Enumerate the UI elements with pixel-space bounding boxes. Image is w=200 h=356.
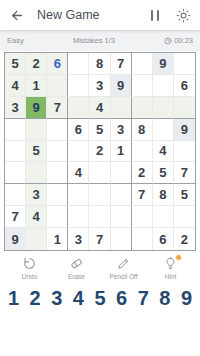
cell-r8-c2[interactable]: 4 (26, 206, 47, 228)
cell-r8-c4[interactable] (68, 206, 89, 228)
cell-r3-c1[interactable]: 3 (5, 97, 26, 119)
cell-r2-c4[interactable] (68, 75, 89, 97)
cell-r8-c9[interactable] (174, 206, 195, 228)
gear-icon (176, 8, 191, 23)
cell-r4-c2[interactable] (26, 119, 47, 141)
numpad-key-6[interactable]: 6 (112, 287, 131, 309)
cell-r4-c4[interactable]: 6 (68, 119, 89, 141)
pause-icon (151, 10, 154, 21)
cell-r1-c4[interactable] (68, 53, 89, 75)
cell-r9-c3[interactable]: 1 (47, 228, 68, 250)
hint-button[interactable]: Hint (147, 255, 194, 280)
cell-r3-c8[interactable] (153, 97, 174, 119)
cell-r6-c5[interactable] (89, 162, 110, 184)
cell-r5-c3[interactable] (47, 141, 68, 163)
timer: 00:23 (164, 36, 193, 45)
numpad-key-9[interactable]: 9 (177, 287, 196, 309)
cell-r7-c6[interactable] (111, 184, 132, 206)
cell-r9-c4[interactable]: 3 (68, 228, 89, 250)
cell-r3-c4[interactable] (68, 97, 89, 119)
number-pad: 123456789 (0, 287, 200, 309)
cell-r7-c7[interactable]: 7 (132, 184, 153, 206)
cell-r5-c8[interactable]: 4 (153, 141, 174, 163)
cell-r8-c6[interactable] (111, 206, 132, 228)
cell-r1-c7[interactable] (132, 53, 153, 75)
cell-r9-c8[interactable]: 6 (153, 228, 174, 250)
pencil-label: Pencil Off (109, 273, 137, 280)
cell-r2-c2[interactable]: 1 (26, 75, 47, 97)
difficulty-label: Easy (7, 36, 24, 45)
cell-r1-c5[interactable]: 8 (89, 53, 110, 75)
cell-r1-c9[interactable] (174, 53, 195, 75)
cell-r9-c6[interactable] (111, 228, 132, 250)
hint-label: Hint (165, 273, 177, 280)
cell-r9-c7[interactable] (132, 228, 153, 250)
cell-r4-c6[interactable]: 3 (111, 119, 132, 141)
eraser-icon (68, 255, 86, 272)
cell-r5-c5[interactable]: 2 (89, 141, 110, 163)
numpad-key-4[interactable]: 4 (69, 287, 88, 309)
cell-r6-c8[interactable]: 5 (153, 162, 174, 184)
app-bar: New Game (0, 0, 200, 30)
cell-r5-c6[interactable]: 1 (111, 141, 132, 163)
pause-button[interactable] (151, 10, 160, 21)
cell-r6-c1[interactable] (5, 162, 26, 184)
cell-r4-c8[interactable] (153, 119, 174, 141)
settings-button[interactable] (176, 8, 191, 23)
cell-r5-c2[interactable]: 5 (26, 141, 47, 163)
numpad-key-7[interactable]: 7 (134, 287, 153, 309)
cell-r7-c4[interactable] (68, 184, 89, 206)
cell-r1-c2[interactable]: 2 (26, 53, 47, 75)
cell-r3-c6[interactable] (111, 97, 132, 119)
numpad-key-2[interactable]: 2 (26, 287, 45, 309)
cell-r2-c9[interactable]: 6 (174, 75, 195, 97)
erase-button[interactable]: Erase (53, 255, 100, 280)
cell-r6-c4[interactable]: 4 (68, 162, 89, 184)
cell-r8-c3[interactable] (47, 206, 68, 228)
cell-r4-c5[interactable]: 5 (89, 119, 110, 141)
cell-r4-c9[interactable]: 9 (174, 119, 195, 141)
sudoku-board: 5268794139639746538952144257378574913762 (4, 52, 196, 251)
cell-r8-c5[interactable] (89, 206, 110, 228)
cell-r9-c2[interactable] (26, 228, 47, 250)
cell-r6-c7[interactable]: 2 (132, 162, 153, 184)
cell-r2-c1[interactable]: 4 (5, 75, 26, 97)
cell-r2-c6[interactable]: 9 (111, 75, 132, 97)
erase-label: Erase (68, 273, 85, 280)
numpad-key-8[interactable]: 8 (155, 287, 174, 309)
clock-icon (164, 37, 172, 45)
numpad-key-1[interactable]: 1 (4, 287, 23, 309)
cell-r8-c7[interactable] (132, 206, 153, 228)
cell-r2-c5[interactable]: 3 (89, 75, 110, 97)
cell-r5-c1[interactable] (5, 141, 26, 163)
cell-r7-c8[interactable]: 8 (153, 184, 174, 206)
cell-r1-c1[interactable]: 5 (5, 53, 26, 75)
undo-icon (21, 255, 39, 272)
pencil-button[interactable]: Pencil Off (100, 255, 147, 280)
cell-r2-c8[interactable] (153, 75, 174, 97)
back-button[interactable] (9, 8, 24, 23)
cell-r2-c7[interactable] (132, 75, 153, 97)
cell-r7-c5[interactable] (89, 184, 110, 206)
timer-value: 00:23 (174, 36, 193, 45)
numpad-key-5[interactable]: 5 (91, 287, 110, 309)
cell-r8-c1[interactable]: 7 (5, 206, 26, 228)
cell-r4-c3[interactable] (47, 119, 68, 141)
cell-r9-c1[interactable]: 9 (5, 228, 26, 250)
arrow-left-icon (9, 8, 24, 23)
cell-r9-c9[interactable]: 2 (174, 228, 195, 250)
cell-r7-c1[interactable] (5, 184, 26, 206)
cell-r5-c9[interactable] (174, 141, 195, 163)
cell-r6-c2[interactable] (26, 162, 47, 184)
hint-badge (175, 254, 182, 261)
page-title: New Game (37, 8, 100, 22)
cell-r6-c6[interactable] (111, 162, 132, 184)
cell-r7-c2[interactable]: 3 (26, 184, 47, 206)
cell-r7-c9[interactable]: 5 (174, 184, 195, 206)
cell-r3-c9[interactable] (174, 97, 195, 119)
cell-r5-c7[interactable] (132, 141, 153, 163)
cell-r1-c8[interactable]: 9 (153, 53, 174, 75)
undo-label: Undo (22, 273, 38, 280)
cell-r5-c4[interactable] (68, 141, 89, 163)
cell-r3-c3[interactable]: 7 (47, 97, 68, 119)
cell-r9-c5[interactable]: 7 (89, 228, 110, 250)
numpad-key-3[interactable]: 3 (47, 287, 66, 309)
cell-r4-c7[interactable]: 8 (132, 119, 153, 141)
cell-r6-c3[interactable] (47, 162, 68, 184)
cell-r2-c3[interactable] (47, 75, 68, 97)
toolbar: Undo Erase Pencil Off (0, 255, 200, 280)
cell-r3-c2[interactable]: 9 (26, 97, 47, 119)
undo-button[interactable]: Undo (6, 255, 53, 280)
lightbulb-icon (162, 255, 180, 272)
status-bar: Easy Mistakes 1/3 00:23 (0, 30, 200, 51)
mistakes-counter: Mistakes 1/3 (73, 36, 115, 45)
cell-r6-c9[interactable]: 7 (174, 162, 195, 184)
cell-r1-c6[interactable]: 7 (111, 53, 132, 75)
cell-r1-c3[interactable]: 6 (47, 53, 68, 75)
cell-r7-c3[interactable] (47, 184, 68, 206)
cell-r4-c1[interactable] (5, 119, 26, 141)
cell-r3-c7[interactable] (132, 97, 153, 119)
cell-r3-c5[interactable]: 4 (89, 97, 110, 119)
cell-r8-c8[interactable] (153, 206, 174, 228)
pencil-icon (115, 255, 133, 272)
